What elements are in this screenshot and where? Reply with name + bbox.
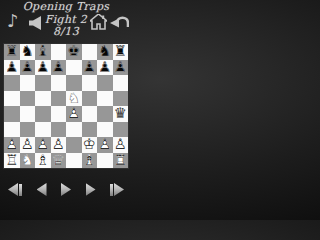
square-f7[interactable]: ♟♙ — [82, 60, 98, 76]
square-b1[interactable]: ♞♘ — [20, 153, 36, 169]
triangle-right-icon — [61, 183, 71, 196]
square-c4[interactable] — [35, 106, 51, 122]
square-h8[interactable]: ♜♖ — [113, 44, 129, 60]
triangle-right-icon — [114, 183, 124, 196]
square-c1[interactable]: ♝♗ — [35, 153, 51, 169]
piece-outline: ♗ — [82, 153, 98, 169]
square-g8[interactable]: ♞♘ — [97, 44, 113, 60]
square-b6[interactable] — [20, 75, 36, 91]
step-back-button[interactable] — [37, 183, 47, 196]
square-g3[interactable] — [97, 122, 113, 138]
piece-outline: ♘ — [66, 91, 82, 107]
piece-outline: ♗ — [35, 153, 51, 169]
header: ♪ Opening Traps Fight 2 8/13 — [0, 0, 132, 44]
square-e1[interactable] — [66, 153, 82, 169]
square-e2[interactable] — [66, 137, 82, 153]
bar-icon — [110, 184, 113, 196]
square-g4[interactable] — [97, 106, 113, 122]
square-f3[interactable] — [82, 122, 98, 138]
piece-outline: ♙ — [97, 137, 113, 153]
square-a3[interactable] — [4, 122, 20, 138]
square-f4[interactable] — [82, 106, 98, 122]
piece-outline: ♖ — [4, 44, 20, 60]
square-a5[interactable] — [4, 91, 20, 107]
square-h6[interactable] — [113, 75, 129, 91]
square-e3[interactable] — [66, 122, 82, 138]
square-b7[interactable]: ♟♙ — [20, 60, 36, 76]
bar-icon — [19, 184, 22, 196]
piece-outline: ♖ — [113, 153, 129, 169]
piece-outline: ♔ — [66, 44, 82, 60]
square-d2[interactable]: ♟♙ — [51, 137, 67, 153]
piece-outline: ♕ — [113, 106, 129, 122]
square-b4[interactable] — [20, 106, 36, 122]
square-h2[interactable]: ♟♙ — [113, 137, 129, 153]
square-b8[interactable]: ♞♘ — [20, 44, 36, 60]
square-g6[interactable] — [97, 75, 113, 91]
square-d8[interactable] — [51, 44, 67, 60]
piece-outline: ♙ — [113, 60, 129, 76]
piece-outline: ♘ — [97, 44, 113, 60]
piece-outline: ♗ — [35, 44, 51, 60]
square-f8[interactable] — [82, 44, 98, 60]
piece-outline: ♙ — [51, 137, 67, 153]
square-e6[interactable] — [66, 75, 82, 91]
square-d7[interactable]: ♟♙ — [51, 60, 67, 76]
square-g5[interactable] — [97, 91, 113, 107]
piece-outline: ♙ — [4, 137, 20, 153]
square-f2[interactable]: ♚♔ — [82, 137, 98, 153]
triangle-left-icon — [37, 183, 47, 196]
square-g1[interactable] — [97, 153, 113, 169]
square-c8[interactable]: ♝♗ — [35, 44, 51, 60]
square-d6[interactable] — [51, 75, 67, 91]
square-a8[interactable]: ♜♖ — [4, 44, 20, 60]
square-c2[interactable]: ♟♙ — [35, 137, 51, 153]
piece-outline: ♕ — [51, 153, 67, 169]
square-c5[interactable] — [35, 91, 51, 107]
square-d5[interactable] — [51, 91, 67, 107]
piece-outline: ♙ — [20, 60, 36, 76]
piece-outline: ♖ — [113, 44, 129, 60]
square-f6[interactable] — [82, 75, 98, 91]
square-e5[interactable]: ♞♘ — [66, 91, 82, 107]
to-start-button[interactable] — [8, 183, 22, 196]
square-e4[interactable]: ♟♙ — [66, 106, 82, 122]
square-e8[interactable]: ♚♔ — [66, 44, 82, 60]
square-d1[interactable]: ♛♕ — [51, 153, 67, 169]
piece-outline: ♘ — [20, 44, 36, 60]
piece-outline: ♙ — [51, 60, 67, 76]
piece-outline: ♙ — [66, 106, 82, 122]
piece-outline: ♙ — [113, 137, 129, 153]
piece-outline: ♙ — [82, 60, 98, 76]
piece-outline: ♙ — [20, 137, 36, 153]
piece-outline: ♔ — [82, 137, 98, 153]
square-c3[interactable] — [35, 122, 51, 138]
square-a1[interactable]: ♜♖ — [4, 153, 20, 169]
triangle-left-icon — [8, 183, 18, 196]
piece-outline: ♙ — [97, 60, 113, 76]
playback-controls — [0, 182, 132, 197]
square-b2[interactable]: ♟♙ — [20, 137, 36, 153]
square-f5[interactable] — [82, 91, 98, 107]
piece-outline: ♙ — [35, 137, 51, 153]
piece-outline: ♙ — [4, 60, 20, 76]
square-b3[interactable] — [20, 122, 36, 138]
square-h7[interactable]: ♟♙ — [113, 60, 129, 76]
square-f1[interactable]: ♝♗ — [82, 153, 98, 169]
square-b5[interactable] — [20, 91, 36, 107]
piece-outline: ♙ — [35, 60, 51, 76]
square-e7[interactable] — [66, 60, 82, 76]
square-h4[interactable]: ♛♕ — [113, 106, 129, 122]
triangle-right-icon — [86, 183, 96, 196]
home-icon[interactable] — [90, 14, 107, 30]
piece-outline: ♖ — [4, 153, 20, 169]
square-d4[interactable] — [51, 106, 67, 122]
square-g7[interactable]: ♟♙ — [97, 60, 113, 76]
square-a7[interactable]: ♟♙ — [4, 60, 20, 76]
play-button[interactable] — [61, 183, 71, 196]
app-title: Opening Traps — [0, 1, 132, 14]
square-c6[interactable] — [35, 75, 51, 91]
piece-outline: ♘ — [20, 153, 36, 169]
square-h3[interactable] — [113, 122, 129, 138]
chess-board: ♜♖♞♘♝♗♚♔♞♘♜♖♟♙♟♙♟♙♟♙♟♙♟♙♟♙♞♘♟♙♛♕♟♙♟♙♟♙♟♙… — [4, 44, 128, 168]
square-c7[interactable]: ♟♙ — [35, 60, 51, 76]
to-end-button[interactable] — [110, 183, 124, 196]
square-a4[interactable] — [4, 106, 20, 122]
square-h1[interactable]: ♜♖ — [113, 153, 129, 169]
step-forward-button[interactable] — [86, 183, 96, 196]
square-a2[interactable]: ♟♙ — [4, 137, 20, 153]
square-a6[interactable] — [4, 75, 20, 91]
back-icon[interactable] — [110, 13, 129, 30]
square-g2[interactable]: ♟♙ — [97, 137, 113, 153]
square-h5[interactable] — [113, 91, 129, 107]
square-d3[interactable] — [51, 122, 67, 138]
